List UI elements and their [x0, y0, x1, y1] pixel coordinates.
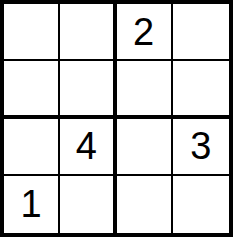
cell-r3c1[interactable] — [4, 119, 60, 176]
cell-r1c1[interactable] — [4, 4, 60, 61]
given-digit: 3 — [190, 127, 211, 165]
cell-r2c3[interactable] — [117, 61, 173, 118]
cell-r2c4[interactable] — [173, 61, 229, 118]
cell-r3c3[interactable] — [117, 119, 173, 176]
cell-r4c1: 1 — [4, 176, 60, 233]
cell-r3c2: 4 — [60, 119, 116, 176]
given-digit: 4 — [76, 127, 97, 165]
sudoku-board: 2431 — [0, 0, 233, 237]
cell-r4c4[interactable] — [173, 176, 229, 233]
cell-r1c4[interactable] — [173, 4, 229, 61]
cell-r4c3[interactable] — [117, 176, 173, 233]
cell-r3c4: 3 — [173, 119, 229, 176]
given-digit: 2 — [133, 13, 154, 51]
cell-r2c1[interactable] — [4, 61, 60, 118]
cell-r2c2[interactable] — [60, 61, 116, 118]
cell-r1c2[interactable] — [60, 4, 116, 61]
cell-r4c2[interactable] — [60, 176, 116, 233]
cell-r1c3: 2 — [117, 4, 173, 61]
given-digit: 1 — [21, 185, 42, 223]
